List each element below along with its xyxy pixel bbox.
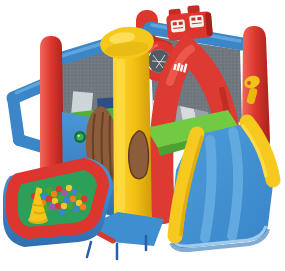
bounce-house-illustration <box>0 0 285 271</box>
ball <box>73 206 79 212</box>
ball <box>67 203 73 209</box>
ball-pit <box>3 158 113 247</box>
ball <box>58 195 64 201</box>
ball <box>70 196 76 202</box>
ball <box>59 209 65 215</box>
ball <box>71 189 77 195</box>
score-panel-right <box>189 15 204 28</box>
scoreboard <box>165 4 213 41</box>
ball <box>49 204 55 210</box>
ball <box>61 203 67 209</box>
ball <box>64 197 70 203</box>
bat-glove-patch <box>129 131 149 179</box>
ball <box>80 204 86 210</box>
left-corner-post <box>40 36 64 184</box>
ball <box>56 186 62 192</box>
ball <box>46 196 52 202</box>
ball <box>46 187 52 193</box>
score-panel-left <box>170 19 185 32</box>
ball <box>51 191 57 197</box>
ball <box>55 203 61 209</box>
product-photo <box>0 0 285 271</box>
ball-pit-rim <box>12 164 103 233</box>
ball <box>81 196 87 202</box>
ball <box>66 185 72 191</box>
